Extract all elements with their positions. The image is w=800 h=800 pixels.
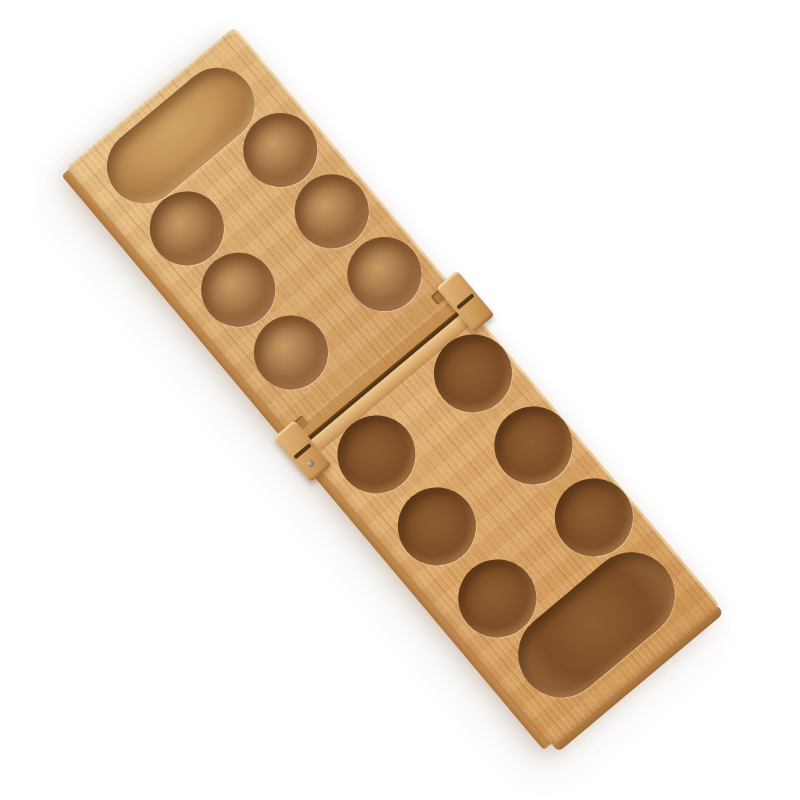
hinge-slot-icon [293,443,312,460]
hinge-slot-icon [456,293,475,310]
hinge-screw-icon [305,459,315,469]
mancala-board [66,27,720,748]
photo-background [0,0,800,800]
